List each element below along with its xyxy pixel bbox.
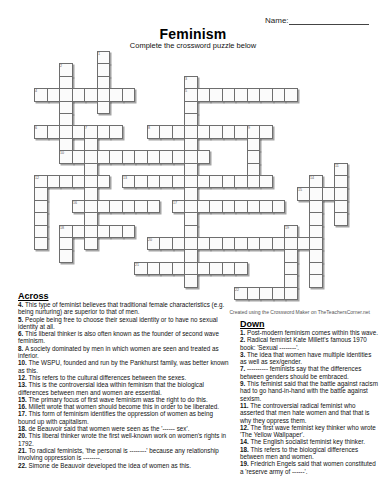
grid-cell[interactable]: [184, 88, 198, 101]
grid-cell[interactable]: [309, 175, 323, 188]
grid-cell[interactable]: [34, 200, 48, 213]
grid-cell[interactable]: [234, 200, 248, 213]
grid-cell[interactable]: [109, 150, 123, 163]
worksheet-page: Name: Feminism Complete the crossword pu…: [0, 0, 386, 500]
grid-cell[interactable]: [184, 274, 198, 287]
grid-cell[interactable]: [284, 237, 298, 250]
grid-cell[interactable]: [334, 212, 348, 225]
clue-item: 17. This form of feminism identifies the…: [18, 410, 232, 425]
grid-cell[interactable]: [172, 150, 186, 163]
down-clue-list: 1. Post-modern feminism comes within thi…: [240, 329, 378, 475]
grid-cell[interactable]: [59, 101, 73, 114]
grid-cell[interactable]: [72, 88, 86, 101]
grid-cell[interactable]: [272, 287, 286, 300]
grid-cell[interactable]: [184, 76, 198, 89]
grid-cell[interactable]: [184, 225, 198, 238]
name-field[interactable]: Name:: [265, 15, 369, 25]
across-heading: Across: [18, 291, 49, 301]
grid-cell[interactable]: [272, 237, 286, 250]
grid-cell[interactable]: [172, 125, 186, 138]
grid-cell[interactable]: [184, 249, 198, 262]
grid-cell[interactable]: [84, 237, 98, 250]
grid-cell[interactable]: [159, 150, 173, 163]
page-subtitle: Complete the crossword puzzle below: [0, 41, 386, 50]
grid-cell[interactable]: [109, 200, 123, 213]
grid-cell[interactable]: [84, 225, 98, 238]
grid-cell[interactable]: [59, 63, 73, 76]
name-blank-line[interactable]: [289, 15, 369, 25]
grid-cell[interactable]: [209, 88, 223, 101]
grid-cell[interactable]: [97, 150, 111, 163]
grid-cell[interactable]: [84, 150, 98, 163]
grid-cell[interactable]: [97, 200, 111, 213]
clue-item: 9. This feminist said that the battle ag…: [240, 380, 378, 402]
grid-cell[interactable]: [234, 125, 248, 138]
across-clue-list: 4. This type of feminist believes that t…: [18, 301, 232, 469]
grid-cell[interactable]: [84, 200, 98, 213]
grid-cell[interactable]: [59, 225, 73, 238]
clue-item: 8. A society dominated by men in which w…: [18, 345, 232, 360]
grid-cell[interactable]: [247, 287, 261, 300]
grid-cell[interactable]: [184, 138, 198, 151]
clue-item: 19. Friedrich Engels said that women con…: [240, 460, 378, 475]
grid-cell[interactable]: [97, 175, 111, 188]
grid-cell[interactable]: [284, 274, 298, 287]
clue-item: 12. This refers to the cultural differen…: [18, 374, 232, 381]
grid-cell[interactable]: [209, 237, 223, 250]
grid-cell[interactable]: [59, 125, 73, 138]
grid-cell[interactable]: [184, 212, 198, 225]
grid-cell[interactable]: [197, 150, 211, 163]
grid-cell[interactable]: [147, 175, 161, 188]
clue-item: 16. Millett wrote that women should beco…: [18, 403, 232, 410]
grid-cell[interactable]: [197, 262, 211, 275]
clue-item: 7. ---------- feminists say that the dif…: [240, 365, 378, 380]
grid-cell[interactable]: [184, 101, 198, 114]
clue-item: 2. Radical feminist Kate Millett's famou…: [240, 336, 378, 351]
grid-cell[interactable]: [297, 237, 311, 250]
grid-cell[interactable]: [59, 175, 73, 188]
name-label: Name:: [265, 16, 289, 25]
grid-cell[interactable]: [72, 150, 86, 163]
grid-cell[interactable]: [72, 175, 86, 188]
grid-cell[interactable]: [284, 88, 298, 101]
grid-cell[interactable]: [172, 200, 186, 213]
grid-cell[interactable]: [97, 63, 111, 76]
grid-cell[interactable]: [59, 138, 73, 151]
grid-cell[interactable]: [309, 212, 323, 225]
grid-cell[interactable]: [197, 200, 211, 213]
grid-cell[interactable]: [59, 113, 73, 126]
grid-cell[interactable]: [322, 187, 336, 200]
grid-cell[interactable]: [84, 125, 98, 138]
grid-cell[interactable]: [122, 200, 136, 213]
grid-cell[interactable]: [34, 187, 48, 200]
grid-cell[interactable]: [234, 237, 248, 250]
grid-cell[interactable]: [234, 88, 248, 101]
grid-cell[interactable]: [284, 262, 298, 275]
grid-cell[interactable]: [72, 225, 86, 238]
grid-cell[interactable]: [284, 249, 298, 262]
grid-cell[interactable]: [59, 88, 73, 101]
grid-cell[interactable]: [97, 88, 111, 101]
grid-cell[interactable]: [197, 88, 211, 101]
grid-cell[interactable]: [184, 150, 198, 163]
grid-cell[interactable]: [259, 287, 273, 300]
grid-cell[interactable]: [34, 237, 48, 250]
grid-cell[interactable]: [84, 175, 98, 188]
clue-item: 4. This type of feminist believes that t…: [18, 301, 232, 316]
grid-cell[interactable]: [334, 175, 348, 188]
grid-cell[interactable]: [234, 175, 248, 188]
grid-cell[interactable]: [122, 225, 136, 238]
grid-cell[interactable]: [59, 76, 73, 89]
grid-cell[interactable]: [309, 225, 323, 238]
grid-cell[interactable]: [59, 150, 73, 163]
grid-cell[interactable]: [247, 150, 261, 163]
grid-cell[interactable]: [197, 175, 211, 188]
grid-cell[interactable]: [334, 200, 348, 213]
grid-cell[interactable]: [284, 225, 298, 238]
grid-cell[interactable]: [334, 163, 348, 176]
clue-item: 5. People being free to choose their sex…: [18, 316, 232, 331]
grid-cell[interactable]: [159, 262, 173, 275]
grid-cell[interactable]: [184, 200, 198, 213]
grid-cell[interactable]: [109, 88, 123, 101]
clue-item: 11. The controversial radical feminist w…: [240, 402, 378, 424]
grid-cell[interactable]: [247, 237, 261, 250]
grid-cell[interactable]: [222, 125, 236, 138]
grid-cell[interactable]: [184, 187, 198, 200]
grid-cell[interactable]: [134, 150, 148, 163]
grid-cell[interactable]: [259, 88, 273, 101]
grid-cell[interactable]: [334, 187, 348, 200]
grid-cell[interactable]: [134, 262, 148, 275]
grid-cell[interactable]: [222, 200, 236, 213]
grid-cell[interactable]: [272, 88, 286, 101]
grid-cell[interactable]: [309, 187, 323, 200]
grid-cell[interactable]: [72, 125, 86, 138]
grid-cell[interactable]: [59, 249, 73, 262]
grid-cell[interactable]: [109, 125, 123, 138]
clue-item: 20. This liberal thinker wrote the first…: [18, 432, 232, 447]
grid-cell[interactable]: [197, 125, 211, 138]
grid-cell[interactable]: [172, 175, 186, 188]
grid-cell[interactable]: [284, 287, 298, 300]
grid-cell[interactable]: [309, 237, 323, 250]
grid-cell[interactable]: [309, 274, 323, 287]
clue-item: 21. To radical feminists, 'the personal …: [18, 447, 232, 462]
grid-cell[interactable]: [222, 175, 236, 188]
grid-cell[interactable]: [297, 187, 311, 200]
grid-cell[interactable]: [209, 200, 223, 213]
grid-cell[interactable]: [234, 262, 248, 275]
grid-cell[interactable]: [247, 138, 261, 151]
grid-cell[interactable]: [97, 76, 111, 89]
grid-cell[interactable]: [184, 262, 198, 275]
grid-cell[interactable]: [259, 175, 273, 188]
crossword-grid[interactable]: 12345678910111213141516171819202122: [34, 51, 348, 301]
grid-cell[interactable]: [34, 175, 48, 188]
grid-cell[interactable]: [184, 163, 198, 176]
grid-cell[interactable]: [84, 88, 98, 101]
grid-cell[interactable]: [247, 200, 261, 213]
grid-cell[interactable]: [84, 163, 98, 176]
grid-cell[interactable]: [247, 163, 261, 176]
clue-item: 18. This refers to the biological differ…: [240, 446, 378, 461]
credit-line: Created using the Crossword Maker on The…: [218, 309, 370, 315]
grid-cell[interactable]: [309, 262, 323, 275]
grid-cell[interactable]: [222, 88, 236, 101]
grid-cell[interactable]: [134, 175, 148, 188]
grid-cell[interactable]: [97, 101, 111, 114]
grid-cell[interactable]: [122, 150, 136, 163]
grid-cell[interactable]: [247, 88, 261, 101]
clue-item: 3. The idea that women have multiple ide…: [240, 351, 378, 366]
clue-item: 18. de Beauvoir said that women were see…: [18, 425, 232, 432]
clue-item: 22. Simone de Beauvoir developed the ide…: [18, 462, 232, 469]
grid-cell[interactable]: [197, 237, 211, 250]
grid-cell[interactable]: [209, 125, 223, 138]
grid-cell[interactable]: [309, 200, 323, 213]
grid-cell[interactable]: [122, 88, 136, 101]
clue-item: 1. Post-modern feminism comes within thi…: [240, 329, 378, 336]
grid-cell[interactable]: [209, 262, 223, 275]
grid-cell[interactable]: [184, 237, 198, 250]
grid-cell[interactable]: [34, 225, 48, 238]
clue-item: 12. The first wave feminist key thinker …: [240, 424, 378, 439]
clue-item: 10. The WSPU, founded and run by the Pan…: [18, 359, 232, 374]
grid-cell[interactable]: [309, 249, 323, 262]
down-heading: Down: [240, 319, 265, 329]
grid-cell[interactable]: [147, 237, 161, 250]
grid-cell[interactable]: [184, 175, 198, 188]
grid-cell[interactable]: [109, 225, 123, 238]
grid-cell[interactable]: [159, 237, 173, 250]
grid-cell[interactable]: [34, 125, 48, 138]
grid-cell[interactable]: [59, 237, 73, 250]
grid-cell[interactable]: [184, 125, 198, 138]
grid-cell[interactable]: [134, 200, 148, 213]
grid-cell[interactable]: [147, 262, 161, 275]
grid-cell[interactable]: [84, 187, 98, 200]
grid-cell[interactable]: [234, 287, 248, 300]
grid-cell[interactable]: [172, 262, 186, 275]
grid-cell[interactable]: [47, 88, 61, 101]
grid-cell[interactable]: [159, 125, 173, 138]
clue-item: 14. The English socialist feminist key t…: [240, 438, 378, 445]
grid-cell[interactable]: [147, 150, 161, 163]
grid-cell[interactable]: [34, 212, 48, 225]
grid-cell[interactable]: [147, 200, 161, 213]
grid-cell[interactable]: [184, 113, 198, 126]
grid-cell[interactable]: [47, 125, 61, 138]
grid-cell[interactable]: [97, 125, 111, 138]
grid-cell[interactable]: [147, 125, 161, 138]
page-title: Feminism: [0, 26, 386, 42]
grid-cell[interactable]: [222, 237, 236, 250]
grid-cell[interactable]: [72, 200, 86, 213]
grid-cell[interactable]: [34, 88, 48, 101]
grid-cell[interactable]: [247, 125, 261, 138]
grid-cell[interactable]: [84, 138, 98, 151]
grid-cell[interactable]: [84, 212, 98, 225]
clue-item: 13. This is the controversial idea withi…: [18, 381, 232, 396]
grid-cell[interactable]: [159, 175, 173, 188]
grid-cell[interactable]: [259, 125, 273, 138]
clue-item: 15. The primary focus of first wave femi…: [18, 396, 232, 403]
grid-cell[interactable]: [209, 175, 223, 188]
grid-cell[interactable]: [259, 200, 273, 213]
grid-cell[interactable]: [172, 237, 186, 250]
grid-cell[interactable]: [97, 51, 111, 64]
grid-cell[interactable]: [122, 175, 136, 188]
grid-cell[interactable]: [222, 262, 236, 275]
grid-cell[interactable]: [272, 200, 286, 213]
grid-cell[interactable]: [97, 225, 111, 238]
grid-cell[interactable]: [259, 237, 273, 250]
clue-item: 6. This liberal thinker is also often kn…: [18, 330, 232, 345]
grid-cell[interactable]: [47, 175, 61, 188]
grid-cell[interactable]: [247, 175, 261, 188]
